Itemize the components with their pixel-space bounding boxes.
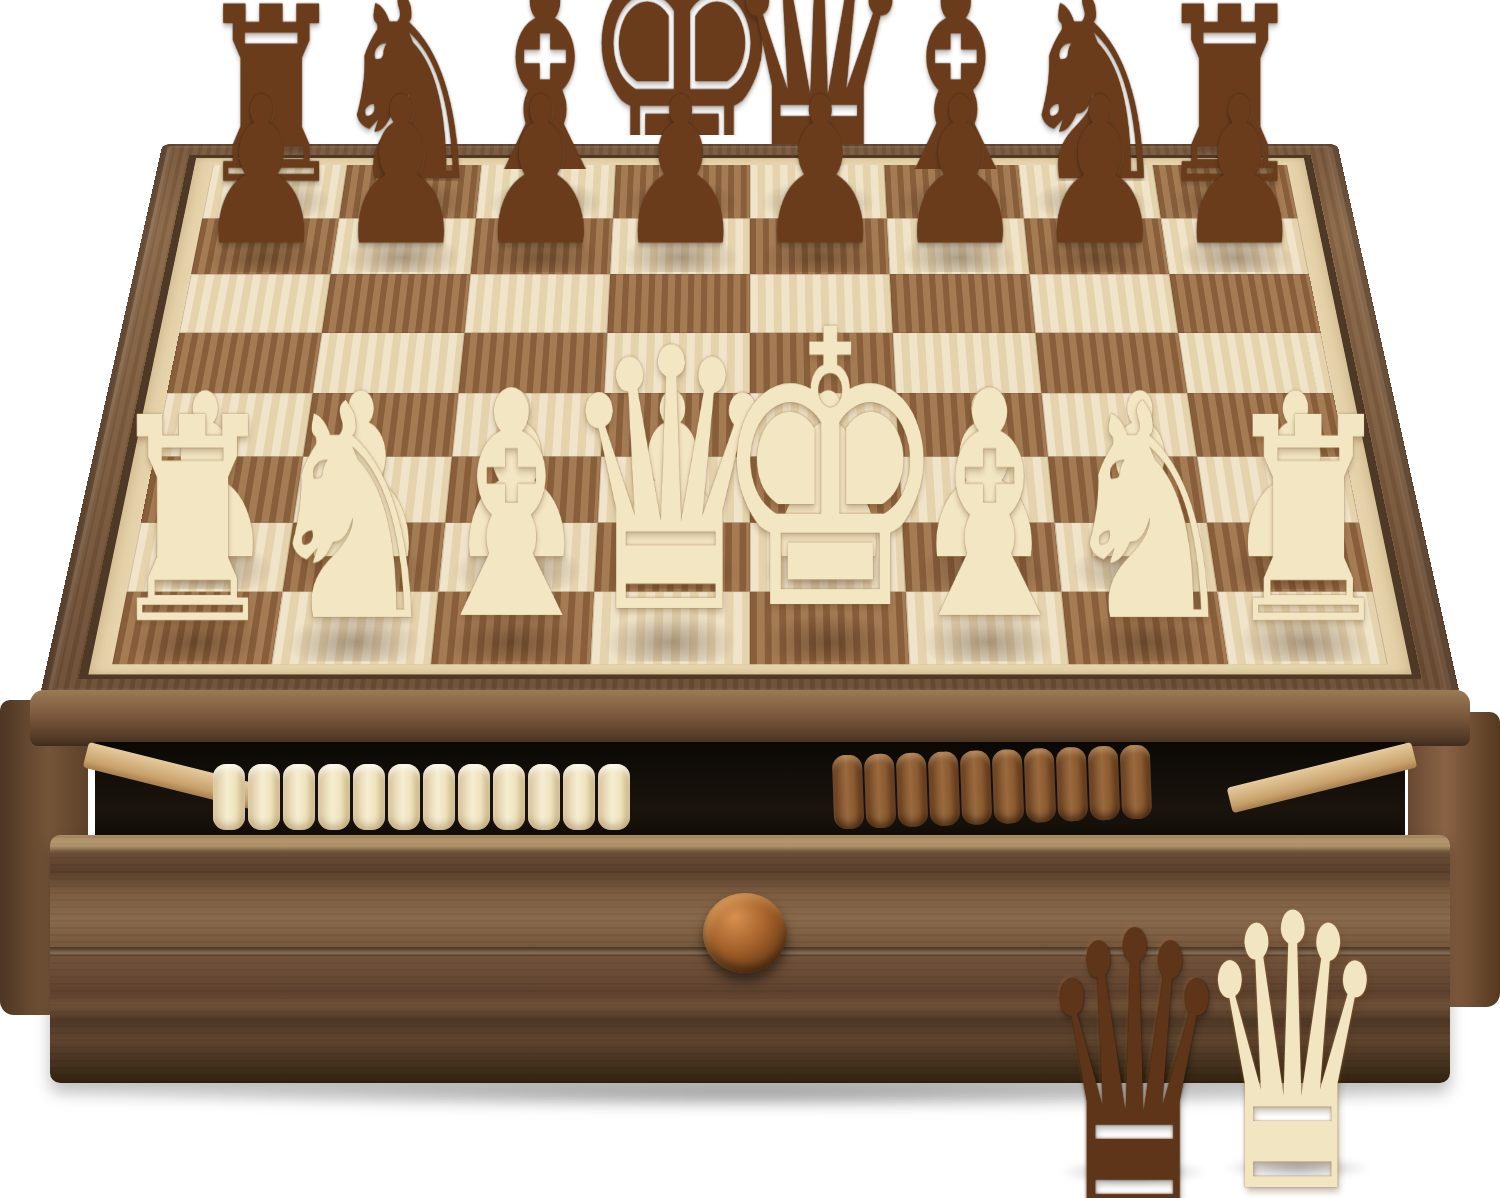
light-checker[interactable]	[213, 764, 245, 830]
dark-pawn[interactable]: ♟	[476, 70, 604, 274]
light-checker[interactable]	[248, 764, 280, 830]
dark-pawn[interactable]: ♟	[337, 70, 465, 274]
light-checker[interactable]	[318, 764, 350, 830]
dark-pawn[interactable]: ♟	[1175, 70, 1303, 274]
spare-light-queen[interactable]: ♛	[1194, 866, 1392, 1198]
light-checker[interactable]	[493, 764, 525, 830]
drawer-opening	[95, 742, 1405, 836]
dark-pawn[interactable]: ♟	[1035, 70, 1163, 274]
product-photo-scene: ♜♞♝♚♛♝♞♜♟♟♟♟♟♟♟♟♟♟♟♟♟♟♟♟♜♞♝♛♚♝♞♜ ♛ ♛	[0, 0, 1500, 1198]
square[interactable]	[1030, 274, 1179, 332]
square[interactable]: ♟	[331, 219, 476, 275]
light-checker[interactable]	[283, 764, 315, 830]
light-checker[interactable]	[528, 764, 560, 830]
dark-checker[interactable]	[928, 751, 961, 826]
square[interactable]: ♚	[750, 592, 909, 664]
dark-checker[interactable]	[864, 753, 897, 828]
light-rook[interactable]: ♜	[104, 381, 281, 663]
square[interactable]	[179, 274, 331, 332]
dark-pawn[interactable]: ♟	[616, 70, 744, 274]
square[interactable]	[322, 274, 471, 332]
drawer-knob[interactable]	[703, 893, 787, 973]
square[interactable]: ♜	[1217, 592, 1387, 664]
light-knight[interactable]: ♞	[1055, 366, 1241, 663]
light-checker[interactable]	[353, 764, 385, 830]
dark-checkers-row	[832, 744, 1152, 829]
dark-checker[interactable]	[960, 750, 993, 825]
dark-pawn[interactable]: ♟	[756, 70, 884, 274]
square[interactable]: ♝	[906, 592, 1069, 664]
dark-pawn[interactable]: ♟	[896, 70, 1024, 274]
square[interactable]: ♟	[1161, 219, 1309, 275]
board-assembly: ♜♞♝♚♛♝♞♜♟♟♟♟♟♟♟♟♟♟♟♟♟♟♟♟♜♞♝♛♚♝♞♜	[40, 144, 1460, 695]
dark-checker[interactable]	[1120, 744, 1153, 819]
light-checker[interactable]	[388, 764, 420, 830]
square[interactable]: ♟	[1024, 219, 1169, 275]
light-checkers-row	[213, 764, 630, 830]
drawer-right-rail	[1227, 742, 1418, 813]
square[interactable]: ♞	[1062, 592, 1229, 664]
square[interactable]: ♟	[470, 219, 613, 275]
board-frame: ♜♞♝♚♛♝♞♜♟♟♟♟♟♟♟♟♟♟♟♟♟♟♟♟♜♞♝♛♚♝♞♜	[40, 144, 1460, 695]
square[interactable]	[1169, 274, 1321, 332]
light-checker[interactable]	[423, 764, 455, 830]
square[interactable]: ♜	[112, 592, 282, 664]
square[interactable]: ♟	[191, 219, 339, 275]
dark-pawn[interactable]: ♟	[197, 70, 325, 274]
dark-checker[interactable]	[832, 755, 865, 830]
dark-checker[interactable]	[1056, 747, 1089, 822]
dark-checker[interactable]	[1024, 748, 1057, 823]
light-checker[interactable]	[563, 764, 595, 830]
light-checker[interactable]	[458, 764, 490, 830]
light-checker[interactable]	[598, 764, 630, 830]
dark-checker[interactable]	[1088, 746, 1121, 821]
board-border-strip: ♜♞♝♚♛♝♞♜♟♟♟♟♟♟♟♟♟♟♟♟♟♟♟♟♜♞♝♛♚♝♞♜	[88, 158, 1411, 675]
chess-board: ♜♞♝♚♛♝♞♜♟♟♟♟♟♟♟♟♟♟♟♟♟♟♟♟♜♞♝♛♚♝♞♜	[112, 165, 1388, 664]
dark-checker[interactable]	[992, 749, 1025, 824]
light-rook[interactable]: ♜	[1219, 381, 1396, 663]
frame-front-molding	[30, 690, 1470, 746]
dark-checker[interactable]	[896, 752, 929, 827]
